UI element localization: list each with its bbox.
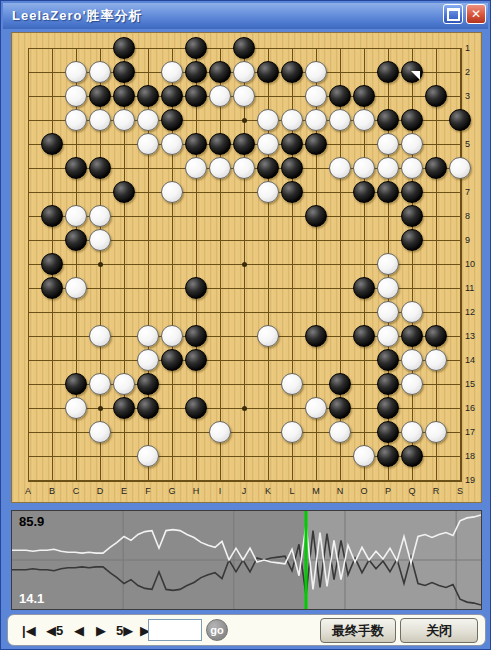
stone-black-G4 [161, 109, 183, 131]
stone-white-J6 [233, 157, 255, 179]
stone-white-Q17 [401, 421, 423, 443]
stone-black-P2 [377, 61, 399, 83]
coord-number-13: 13 [465, 331, 483, 341]
stone-black-L6 [281, 157, 303, 179]
coord-number-2: 2 [465, 67, 483, 77]
window-title: LeelaZero'胜率分析 [12, 7, 143, 25]
stone-white-D13 [89, 325, 111, 347]
nav-back5-button[interactable]: ◀5 [46, 621, 63, 641]
winrate-graph-panel[interactable]: 85.9 14.1 [11, 510, 482, 610]
stone-white-Q12 [401, 301, 423, 323]
coord-letter-E: E [114, 486, 134, 496]
stone-black-Q13 [401, 325, 423, 347]
coord-letter-C: C [66, 486, 86, 496]
close-dialog-button[interactable]: 关闭 [400, 618, 478, 643]
close-button[interactable]: ✕ [466, 4, 486, 24]
stone-black-B8 [41, 205, 63, 227]
stone-white-F4 [137, 109, 159, 131]
stone-black-H13 [185, 325, 207, 347]
stone-white-M16 [305, 397, 327, 419]
coord-number-5: 5 [465, 139, 483, 149]
stone-white-P11 [377, 277, 399, 299]
stone-black-Q4 [401, 109, 423, 131]
coord-letter-D: D [90, 486, 110, 496]
go-board[interactable]: ABCDEFGHIJKLMNOPQRS123456789101112131415… [11, 32, 482, 503]
stone-white-D9 [89, 229, 111, 251]
coord-number-9: 9 [465, 235, 483, 245]
stone-white-E15 [113, 373, 135, 395]
coord-letter-H: H [186, 486, 206, 496]
coord-number-8: 8 [465, 211, 483, 221]
stone-black-E7 [113, 181, 135, 203]
winrate-graph [12, 511, 481, 609]
stone-black-H14 [185, 349, 207, 371]
coord-number-16: 16 [465, 403, 483, 413]
black-winrate-label: 85.9 [19, 514, 44, 529]
maximize-button[interactable] [443, 4, 463, 24]
stone-white-O4 [353, 109, 375, 131]
stone-black-P7 [377, 181, 399, 203]
stone-black-K6 [257, 157, 279, 179]
star-point [98, 262, 103, 267]
stone-black-C15 [65, 373, 87, 395]
stone-black-C6 [65, 157, 87, 179]
coord-letter-A: A [18, 486, 38, 496]
stone-black-N16 [329, 397, 351, 419]
maximize-icon [447, 8, 460, 21]
stone-white-K13 [257, 325, 279, 347]
stone-black-H5 [185, 133, 207, 155]
coord-letter-B: B [42, 486, 62, 496]
stone-black-Q9 [401, 229, 423, 251]
star-point [242, 406, 247, 411]
stone-white-C8 [65, 205, 87, 227]
star-point [242, 118, 247, 123]
stone-black-Q18 [401, 445, 423, 467]
stone-white-P6 [377, 157, 399, 179]
coord-number-19: 19 [465, 475, 483, 485]
coord-letter-L: L [282, 486, 302, 496]
stone-white-C16 [65, 397, 87, 419]
stone-white-C4 [65, 109, 87, 131]
stone-black-K2 [257, 61, 279, 83]
stone-black-J1 [233, 37, 255, 59]
stone-black-L2 [281, 61, 303, 83]
stone-black-H11 [185, 277, 207, 299]
coord-number-3: 3 [465, 91, 483, 101]
stone-white-F14 [137, 349, 159, 371]
stone-white-G13 [161, 325, 183, 347]
stone-black-Q7 [401, 181, 423, 203]
stone-white-D8 [89, 205, 111, 227]
stone-black-E2 [113, 61, 135, 83]
stone-white-I3 [209, 85, 231, 107]
stone-black-M5 [305, 133, 327, 155]
close-icon: ✕ [471, 7, 481, 21]
stone-white-Q15 [401, 373, 423, 395]
star-point [242, 262, 247, 267]
coord-number-18: 18 [465, 451, 483, 461]
stone-white-Q14 [401, 349, 423, 371]
stone-black-E3 [113, 85, 135, 107]
coord-letter-R: R [426, 486, 446, 496]
coord-number-14: 14 [465, 355, 483, 365]
stone-white-D2 [89, 61, 111, 83]
stone-black-D6 [89, 157, 111, 179]
stone-black-N3 [329, 85, 351, 107]
coord-letter-G: G [162, 486, 182, 496]
stone-black-Q8 [401, 205, 423, 227]
stone-black-P17 [377, 421, 399, 443]
stone-black-R6 [425, 157, 447, 179]
stone-black-M13 [305, 325, 327, 347]
nav-first-button[interactable]: |◀ [22, 621, 36, 641]
stone-white-G5 [161, 133, 183, 155]
stone-black-H3 [185, 85, 207, 107]
stone-white-P10 [377, 253, 399, 275]
stone-white-D4 [89, 109, 111, 131]
nav-forward5-button[interactable]: 5▶ [116, 621, 133, 641]
stone-white-M4 [305, 109, 327, 131]
stone-white-H6 [185, 157, 207, 179]
coord-letter-N: N [330, 486, 350, 496]
stone-black-P18 [377, 445, 399, 467]
stone-black-F16 [137, 397, 159, 419]
stone-black-D3 [89, 85, 111, 107]
stone-black-L7 [281, 181, 303, 203]
stone-black-N15 [329, 373, 351, 395]
coord-letter-J: J [234, 486, 254, 496]
coord-letter-F: F [138, 486, 158, 496]
stone-black-J5 [233, 133, 255, 155]
stone-white-D15 [89, 373, 111, 395]
stone-white-Q6 [401, 157, 423, 179]
stone-white-F5 [137, 133, 159, 155]
stone-white-F13 [137, 325, 159, 347]
coord-letter-K: K [258, 486, 278, 496]
stone-white-E4 [113, 109, 135, 131]
stone-black-F3 [137, 85, 159, 107]
nav-back-button[interactable]: ◀ [74, 621, 84, 641]
stone-white-L4 [281, 109, 303, 131]
nav-forward-button[interactable]: ▶ [96, 621, 106, 641]
stone-black-L5 [281, 133, 303, 155]
stone-white-O18 [353, 445, 375, 467]
stone-black-F15 [137, 373, 159, 395]
stone-white-K7 [257, 181, 279, 203]
stone-white-C2 [65, 61, 87, 83]
stone-white-R17 [425, 421, 447, 443]
last-move-marker-icon [411, 71, 420, 80]
stone-white-P12 [377, 301, 399, 323]
stone-white-J2 [233, 61, 255, 83]
final-move-button[interactable]: 最终手数 [320, 618, 396, 643]
stone-black-O3 [353, 85, 375, 107]
stone-white-N4 [329, 109, 351, 131]
stone-black-H2 [185, 61, 207, 83]
stone-black-I2 [209, 61, 231, 83]
stone-white-S6 [449, 157, 471, 179]
star-point [98, 406, 103, 411]
move-number-input[interactable] [148, 619, 202, 641]
stone-black-P4 [377, 109, 399, 131]
stone-black-C9 [65, 229, 87, 251]
coord-letter-Q: Q [402, 486, 422, 496]
coord-number-17: 17 [465, 427, 483, 437]
stone-white-R14 [425, 349, 447, 371]
stone-white-J3 [233, 85, 255, 107]
stone-black-I5 [209, 133, 231, 155]
stone-white-O6 [353, 157, 375, 179]
stone-white-C11 [65, 277, 87, 299]
stone-black-P15 [377, 373, 399, 395]
stone-white-F18 [137, 445, 159, 467]
stone-white-P13 [377, 325, 399, 347]
stone-black-O7 [353, 181, 375, 203]
stone-white-M3 [305, 85, 327, 107]
title-bar: LeelaZero'胜率分析 [3, 3, 488, 29]
stone-white-K5 [257, 133, 279, 155]
coord-number-15: 15 [465, 379, 483, 389]
go-button[interactable]: go [206, 619, 228, 641]
stone-white-D17 [89, 421, 111, 443]
app-window: LeelaZero'胜率分析 ✕ ABCDEFGHIJKLMNOPQRS1234… [0, 0, 491, 650]
stone-black-Q2 [401, 61, 423, 83]
coord-letter-P: P [378, 486, 398, 496]
coord-letter-S: S [450, 486, 470, 496]
stone-black-E1 [113, 37, 135, 59]
stone-black-R3 [425, 85, 447, 107]
stone-black-P14 [377, 349, 399, 371]
stone-black-G3 [161, 85, 183, 107]
stone-black-B5 [41, 133, 63, 155]
stone-white-G7 [161, 181, 183, 203]
coord-letter-M: M [306, 486, 326, 496]
stone-white-N6 [329, 157, 351, 179]
stone-black-B11 [41, 277, 63, 299]
stone-white-M2 [305, 61, 327, 83]
stone-white-N17 [329, 421, 351, 443]
coord-number-11: 11 [465, 283, 483, 293]
coord-letter-I: I [210, 486, 230, 496]
stone-white-I17 [209, 421, 231, 443]
stone-white-C3 [65, 85, 87, 107]
stone-black-H1 [185, 37, 207, 59]
stone-white-P5 [377, 133, 399, 155]
coord-number-1: 1 [465, 43, 483, 53]
stone-white-Q5 [401, 133, 423, 155]
coord-number-7: 7 [465, 187, 483, 197]
stone-white-L17 [281, 421, 303, 443]
stone-white-G2 [161, 61, 183, 83]
coord-letter-O: O [354, 486, 374, 496]
stone-black-O13 [353, 325, 375, 347]
stone-white-I6 [209, 157, 231, 179]
white-winrate-label: 14.1 [19, 591, 44, 606]
control-bar: |◀ ◀5 ◀ ▶ 5▶ ▶| go 最终手数 关闭 [7, 614, 486, 646]
stone-black-G14 [161, 349, 183, 371]
stone-white-K4 [257, 109, 279, 131]
stone-white-L15 [281, 373, 303, 395]
stone-black-E16 [113, 397, 135, 419]
stone-black-M8 [305, 205, 327, 227]
stone-black-H16 [185, 397, 207, 419]
stone-black-R13 [425, 325, 447, 347]
stone-black-B10 [41, 253, 63, 275]
coord-number-10: 10 [465, 259, 483, 269]
stone-black-S4 [449, 109, 471, 131]
stone-black-O11 [353, 277, 375, 299]
stone-black-P16 [377, 397, 399, 419]
coord-number-12: 12 [465, 307, 483, 317]
